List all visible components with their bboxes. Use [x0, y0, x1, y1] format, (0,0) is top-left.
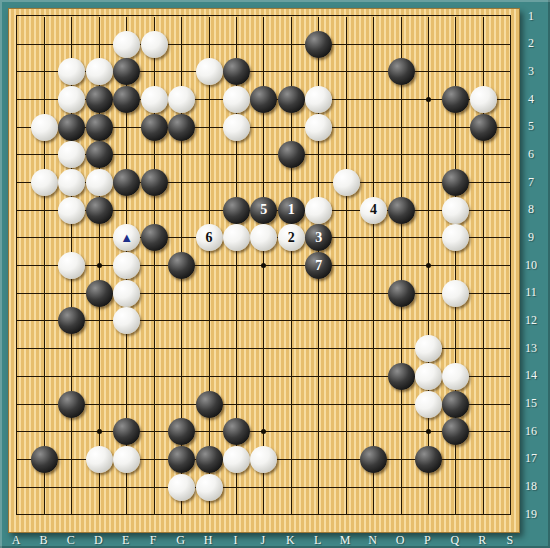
- col-label-N: N: [363, 533, 383, 547]
- stone-O14-black: [388, 363, 415, 390]
- col-label-R: R: [472, 533, 492, 547]
- col-label-G: G: [171, 533, 191, 547]
- stone-M7-white: [333, 169, 360, 196]
- stone-D6-black: [86, 141, 113, 168]
- stone-J8-black: 5: [250, 197, 277, 224]
- stone-D5-black: [86, 114, 113, 141]
- grid-line-horizontal: [17, 320, 511, 321]
- row-label-6: 6: [518, 147, 544, 161]
- stone-D17-white: [86, 446, 113, 473]
- stone-I5-white: [223, 114, 250, 141]
- col-label-H: H: [198, 533, 218, 547]
- stone-H15-black: [196, 391, 223, 418]
- stone-G5-black: [168, 114, 195, 141]
- move-number-7: 7: [315, 259, 322, 273]
- star-point-D16: [97, 429, 102, 434]
- stone-C8-white: [58, 197, 85, 224]
- go-board[interactable]: 514▲6237: [8, 8, 520, 533]
- stone-P15-white: [415, 391, 442, 418]
- stone-D3-white: [86, 58, 113, 85]
- grid-line-vertical: [346, 17, 347, 515]
- stone-Q14-white: [442, 363, 469, 390]
- stone-E17-white: [113, 446, 140, 473]
- move-number-2: 2: [288, 231, 295, 245]
- stone-G4-white: [168, 86, 195, 113]
- stone-G17-black: [168, 446, 195, 473]
- grid-line-vertical: [373, 17, 374, 515]
- row-label-19: 19: [518, 507, 544, 521]
- stone-K4-black: [278, 86, 305, 113]
- move-number-1: 1: [288, 203, 295, 217]
- row-label-5: 5: [518, 119, 544, 133]
- stone-D7-white: [86, 169, 113, 196]
- col-label-P: P: [417, 533, 437, 547]
- stone-O11-black: [388, 280, 415, 307]
- row-label-12: 12: [518, 313, 544, 327]
- stone-H18-white: [196, 474, 223, 501]
- grid-line-horizontal: [17, 487, 511, 488]
- stone-Q8-white: [442, 197, 469, 224]
- stone-I17-white: [223, 446, 250, 473]
- col-label-A: A: [6, 533, 26, 547]
- stone-F7-black: [141, 169, 168, 196]
- stone-C5-black: [58, 114, 85, 141]
- row-label-17: 17: [518, 451, 544, 465]
- row-label-4: 4: [518, 92, 544, 106]
- stone-N8-white: 4: [360, 197, 387, 224]
- stone-O3-black: [388, 58, 415, 85]
- stone-D11-black: [86, 280, 113, 307]
- stone-I16-black: [223, 418, 250, 445]
- col-label-K: K: [280, 533, 300, 547]
- star-point-P4: [426, 97, 431, 102]
- col-label-E: E: [116, 533, 136, 547]
- row-label-18: 18: [518, 479, 544, 493]
- row-label-7: 7: [518, 175, 544, 189]
- stone-K8-black: 1: [278, 197, 305, 224]
- row-label-14: 14: [518, 368, 544, 382]
- row-label-15: 15: [518, 396, 544, 410]
- col-label-I: I: [225, 533, 245, 547]
- col-label-C: C: [61, 533, 81, 547]
- stone-P17-black: [415, 446, 442, 473]
- triangle-mark-icon: ▲: [120, 231, 133, 244]
- col-label-D: D: [88, 533, 108, 547]
- col-label-M: M: [335, 533, 355, 547]
- stone-F9-black: [141, 224, 168, 251]
- row-label-10: 10: [518, 258, 544, 272]
- goban-frame: 514▲6237 ABCDEFGHIJKLMNOPQRS 12345678910…: [0, 0, 550, 548]
- stone-H3-white: [196, 58, 223, 85]
- row-label-13: 13: [518, 341, 544, 355]
- move-number-5: 5: [260, 203, 267, 217]
- move-number-6: 6: [206, 231, 213, 245]
- stone-P14-white: [415, 363, 442, 390]
- stone-Q11-white: [442, 280, 469, 307]
- move-number-3: 3: [315, 231, 322, 245]
- stone-B7-white: [31, 169, 58, 196]
- stone-B5-white: [31, 114, 58, 141]
- row-label-1: 1: [518, 9, 544, 23]
- stone-E2-white: [113, 31, 140, 58]
- row-label-3: 3: [518, 64, 544, 78]
- stone-F4-white: [141, 86, 168, 113]
- stone-L8-white: [305, 197, 332, 224]
- stone-D4-black: [86, 86, 113, 113]
- star-point-D10: [97, 263, 102, 268]
- stone-H17-black: [196, 446, 223, 473]
- stone-F2-white: [141, 31, 168, 58]
- row-label-8: 8: [518, 202, 544, 216]
- stone-C15-black: [58, 391, 85, 418]
- stone-H9-white: 6: [196, 224, 223, 251]
- col-label-L: L: [308, 533, 328, 547]
- stone-P13-white: [415, 335, 442, 362]
- stone-N17-black: [360, 446, 387, 473]
- col-label-Q: Q: [445, 533, 465, 547]
- row-label-9: 9: [518, 230, 544, 244]
- stone-B17-black: [31, 446, 58, 473]
- col-label-S: S: [500, 533, 520, 547]
- stone-K6-black: [278, 141, 305, 168]
- stone-E11-white: [113, 280, 140, 307]
- stone-R4-white: [470, 86, 497, 113]
- stone-G10-black: [168, 252, 195, 279]
- stone-I8-black: [223, 197, 250, 224]
- stone-F5-black: [141, 114, 168, 141]
- col-label-J: J: [253, 533, 273, 547]
- stone-Q15-black: [442, 391, 469, 418]
- stone-G18-white: [168, 474, 195, 501]
- stone-L2-black: [305, 31, 332, 58]
- row-label-2: 2: [518, 36, 544, 50]
- row-label-11: 11: [518, 285, 544, 299]
- stone-D8-black: [86, 197, 113, 224]
- row-label-16: 16: [518, 424, 544, 438]
- col-label-O: O: [390, 533, 410, 547]
- stone-O8-black: [388, 197, 415, 224]
- grid-line-vertical: [401, 17, 402, 515]
- move-number-4: 4: [370, 203, 377, 217]
- col-label-B: B: [33, 533, 53, 547]
- stone-I4-white: [223, 86, 250, 113]
- col-label-F: F: [143, 533, 163, 547]
- stone-R5-black: [470, 114, 497, 141]
- stone-L5-white: [305, 114, 332, 141]
